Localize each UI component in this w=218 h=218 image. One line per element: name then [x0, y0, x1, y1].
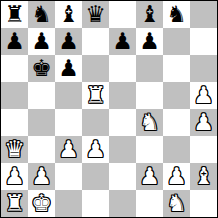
square-c6[interactable]: ♟	[55, 55, 82, 82]
square-b2[interactable]: ♟	[28, 163, 55, 190]
square-e4[interactable]	[109, 109, 136, 136]
square-h3[interactable]	[190, 136, 217, 163]
square-c8[interactable]: ♝	[55, 1, 82, 28]
white-queen-icon: ♛	[4, 136, 25, 163]
square-e2[interactable]	[109, 163, 136, 190]
square-b4[interactable]	[28, 109, 55, 136]
white-pawn-icon: ♟	[85, 136, 106, 163]
white-pawn-icon: ♟	[58, 136, 79, 163]
square-a7[interactable]: ♟	[1, 28, 28, 55]
square-a4[interactable]	[1, 109, 28, 136]
black-rook-icon: ♜	[4, 1, 25, 28]
square-e6[interactable]	[109, 55, 136, 82]
square-h2[interactable]: ♝	[190, 163, 217, 190]
square-f2[interactable]: ♟	[136, 163, 163, 190]
square-d8[interactable]: ♛	[82, 1, 109, 28]
square-f6[interactable]	[136, 55, 163, 82]
square-h6[interactable]	[190, 55, 217, 82]
square-f4[interactable]: ♞	[136, 109, 163, 136]
black-knight-icon: ♞	[166, 1, 187, 28]
square-h7[interactable]	[190, 28, 217, 55]
square-c4[interactable]	[55, 109, 82, 136]
black-pawn-icon: ♟	[139, 28, 160, 55]
square-h1[interactable]	[190, 190, 217, 217]
black-pawn-icon: ♟	[58, 55, 79, 82]
square-e1[interactable]	[109, 190, 136, 217]
black-pawn-icon: ♟	[31, 28, 52, 55]
square-a3[interactable]: ♛	[1, 136, 28, 163]
square-a5[interactable]	[1, 82, 28, 109]
black-knight-icon: ♞	[31, 1, 52, 28]
black-bishop-icon: ♝	[58, 1, 79, 28]
square-d7[interactable]	[82, 28, 109, 55]
chess-board: ♜♞♝♛♝♞♟♟♟♟♟♚♟♜♟♞♟♛♟♟♟♟♟♟♝♜♚♞	[0, 0, 218, 218]
black-pawn-icon: ♟	[4, 28, 25, 55]
white-bishop-icon: ♝	[193, 163, 214, 190]
square-d5[interactable]: ♜	[82, 82, 109, 109]
square-c3[interactable]: ♟	[55, 136, 82, 163]
square-a6[interactable]	[1, 55, 28, 82]
square-h4[interactable]: ♟	[190, 109, 217, 136]
square-a1[interactable]: ♜	[1, 190, 28, 217]
square-g1[interactable]: ♞	[163, 190, 190, 217]
square-g7[interactable]	[163, 28, 190, 55]
square-d2[interactable]	[82, 163, 109, 190]
square-g3[interactable]	[163, 136, 190, 163]
square-e3[interactable]	[109, 136, 136, 163]
square-e8[interactable]	[109, 1, 136, 28]
white-rook-icon: ♜	[4, 190, 25, 217]
square-g5[interactable]	[163, 82, 190, 109]
white-knight-icon: ♞	[166, 190, 187, 217]
square-g6[interactable]	[163, 55, 190, 82]
black-queen-icon: ♛	[85, 1, 106, 28]
square-c1[interactable]	[55, 190, 82, 217]
square-f5[interactable]	[136, 82, 163, 109]
square-g2[interactable]: ♟	[163, 163, 190, 190]
square-b7[interactable]: ♟	[28, 28, 55, 55]
white-pawn-icon: ♟	[139, 163, 160, 190]
square-f1[interactable]	[136, 190, 163, 217]
square-f7[interactable]: ♟	[136, 28, 163, 55]
white-knight-icon: ♞	[139, 109, 160, 136]
square-a8[interactable]: ♜	[1, 1, 28, 28]
white-pawn-icon: ♟	[193, 82, 214, 109]
square-f3[interactable]	[136, 136, 163, 163]
white-king-icon: ♚	[31, 190, 52, 217]
square-h8[interactable]	[190, 1, 217, 28]
square-b5[interactable]	[28, 82, 55, 109]
square-c2[interactable]	[55, 163, 82, 190]
black-bishop-icon: ♝	[139, 1, 160, 28]
square-c7[interactable]: ♟	[55, 28, 82, 55]
square-b3[interactable]	[28, 136, 55, 163]
square-g8[interactable]: ♞	[163, 1, 190, 28]
black-pawn-icon: ♟	[112, 28, 133, 55]
square-g4[interactable]	[163, 109, 190, 136]
square-f8[interactable]: ♝	[136, 1, 163, 28]
black-pawn-icon: ♟	[58, 28, 79, 55]
square-d1[interactable]	[82, 190, 109, 217]
square-b6[interactable]: ♚	[28, 55, 55, 82]
black-king-icon: ♚	[31, 55, 52, 82]
square-d3[interactable]: ♟	[82, 136, 109, 163]
square-a2[interactable]: ♟	[1, 163, 28, 190]
white-pawn-icon: ♟	[4, 163, 25, 190]
white-pawn-icon: ♟	[193, 109, 214, 136]
square-b8[interactable]: ♞	[28, 1, 55, 28]
square-e7[interactable]: ♟	[109, 28, 136, 55]
square-h5[interactable]: ♟	[190, 82, 217, 109]
square-c5[interactable]	[55, 82, 82, 109]
white-pawn-icon: ♟	[31, 163, 52, 190]
white-pawn-icon: ♟	[166, 163, 187, 190]
square-d4[interactable]	[82, 109, 109, 136]
square-e5[interactable]	[109, 82, 136, 109]
white-rook-icon: ♜	[85, 82, 106, 109]
square-b1[interactable]: ♚	[28, 190, 55, 217]
square-d6[interactable]	[82, 55, 109, 82]
